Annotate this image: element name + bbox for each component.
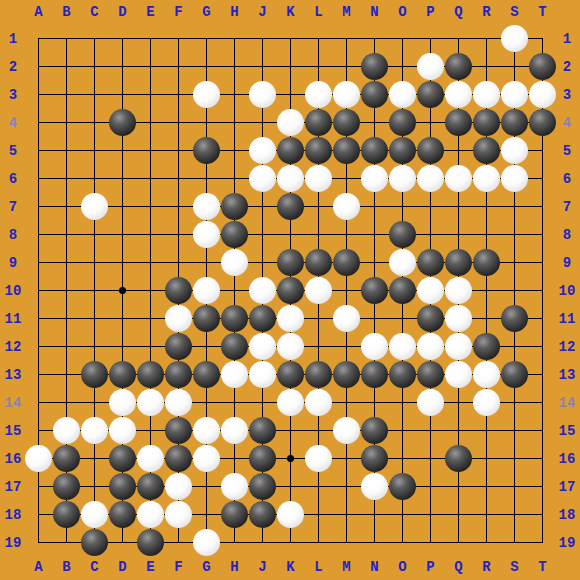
intersection-Q10[interactable]: [444, 276, 472, 304]
intersection-B5[interactable]: [52, 136, 80, 164]
intersection-S6[interactable]: [500, 164, 528, 192]
intersection-R7[interactable]: [472, 192, 500, 220]
intersection-S14[interactable]: [500, 388, 528, 416]
intersection-E19[interactable]: [136, 528, 164, 556]
intersection-H13[interactable]: [220, 360, 248, 388]
intersection-O7[interactable]: [388, 192, 416, 220]
intersection-B11[interactable]: [52, 304, 80, 332]
intersection-R3[interactable]: [472, 80, 500, 108]
intersection-J2[interactable]: [248, 52, 276, 80]
intersection-F1[interactable]: [164, 24, 192, 52]
intersection-T1[interactable]: [528, 24, 556, 52]
intersection-S19[interactable]: [500, 528, 528, 556]
intersection-G3[interactable]: [192, 80, 220, 108]
intersection-B10[interactable]: [52, 276, 80, 304]
intersection-G10[interactable]: [192, 276, 220, 304]
intersection-Q16[interactable]: [444, 444, 472, 472]
intersection-K2[interactable]: [276, 52, 304, 80]
intersection-E12[interactable]: [136, 332, 164, 360]
intersection-M11[interactable]: [332, 304, 360, 332]
intersection-K6[interactable]: [276, 164, 304, 192]
intersection-F4[interactable]: [164, 108, 192, 136]
intersection-O2[interactable]: [388, 52, 416, 80]
intersection-N10[interactable]: [360, 276, 388, 304]
intersection-D5[interactable]: [108, 136, 136, 164]
intersection-E17[interactable]: [136, 472, 164, 500]
intersection-P11[interactable]: [416, 304, 444, 332]
intersection-F6[interactable]: [164, 164, 192, 192]
intersection-F15[interactable]: [164, 416, 192, 444]
intersection-M6[interactable]: [332, 164, 360, 192]
intersection-J3[interactable]: [248, 80, 276, 108]
intersection-D15[interactable]: [108, 416, 136, 444]
intersection-C8[interactable]: [80, 220, 108, 248]
intersection-E18[interactable]: [136, 500, 164, 528]
intersection-T7[interactable]: [528, 192, 556, 220]
intersection-N1[interactable]: [360, 24, 388, 52]
intersection-L17[interactable]: [304, 472, 332, 500]
intersection-K17[interactable]: [276, 472, 304, 500]
intersection-N18[interactable]: [360, 500, 388, 528]
intersection-D17[interactable]: [108, 472, 136, 500]
intersection-P3[interactable]: [416, 80, 444, 108]
intersection-O10[interactable]: [388, 276, 416, 304]
intersection-A5[interactable]: [24, 136, 52, 164]
intersection-K3[interactable]: [276, 80, 304, 108]
intersection-E2[interactable]: [136, 52, 164, 80]
intersection-B16[interactable]: [52, 444, 80, 472]
intersection-S12[interactable]: [500, 332, 528, 360]
intersection-M4[interactable]: [332, 108, 360, 136]
intersection-F12[interactable]: [164, 332, 192, 360]
intersection-R1[interactable]: [472, 24, 500, 52]
intersection-F5[interactable]: [164, 136, 192, 164]
intersection-Q19[interactable]: [444, 528, 472, 556]
intersection-K9[interactable]: [276, 248, 304, 276]
intersection-M3[interactable]: [332, 80, 360, 108]
intersection-E14[interactable]: [136, 388, 164, 416]
intersection-O1[interactable]: [388, 24, 416, 52]
intersection-O16[interactable]: [388, 444, 416, 472]
intersection-N13[interactable]: [360, 360, 388, 388]
intersection-L19[interactable]: [304, 528, 332, 556]
intersection-M14[interactable]: [332, 388, 360, 416]
intersection-O5[interactable]: [388, 136, 416, 164]
intersection-T6[interactable]: [528, 164, 556, 192]
intersection-F14[interactable]: [164, 388, 192, 416]
intersection-T8[interactable]: [528, 220, 556, 248]
intersection-H7[interactable]: [220, 192, 248, 220]
intersection-R15[interactable]: [472, 416, 500, 444]
intersection-G14[interactable]: [192, 388, 220, 416]
intersection-M18[interactable]: [332, 500, 360, 528]
intersection-L6[interactable]: [304, 164, 332, 192]
intersection-B2[interactable]: [52, 52, 80, 80]
intersection-J6[interactable]: [248, 164, 276, 192]
intersection-C5[interactable]: [80, 136, 108, 164]
intersection-J19[interactable]: [248, 528, 276, 556]
intersection-H4[interactable]: [220, 108, 248, 136]
intersection-G15[interactable]: [192, 416, 220, 444]
intersection-A9[interactable]: [24, 248, 52, 276]
intersection-D8[interactable]: [108, 220, 136, 248]
intersection-C6[interactable]: [80, 164, 108, 192]
intersection-G17[interactable]: [192, 472, 220, 500]
intersection-D7[interactable]: [108, 192, 136, 220]
intersection-Q17[interactable]: [444, 472, 472, 500]
intersection-D16[interactable]: [108, 444, 136, 472]
intersection-E5[interactable]: [136, 136, 164, 164]
intersection-K7[interactable]: [276, 192, 304, 220]
intersection-A14[interactable]: [24, 388, 52, 416]
intersection-K12[interactable]: [276, 332, 304, 360]
intersection-E10[interactable]: [136, 276, 164, 304]
intersection-R16[interactable]: [472, 444, 500, 472]
intersection-N14[interactable]: [360, 388, 388, 416]
intersection-K4[interactable]: [276, 108, 304, 136]
intersection-H5[interactable]: [220, 136, 248, 164]
intersection-E4[interactable]: [136, 108, 164, 136]
intersection-R17[interactable]: [472, 472, 500, 500]
intersection-G18[interactable]: [192, 500, 220, 528]
intersection-C18[interactable]: [80, 500, 108, 528]
intersection-C1[interactable]: [80, 24, 108, 52]
intersection-T19[interactable]: [528, 528, 556, 556]
intersection-N9[interactable]: [360, 248, 388, 276]
intersection-F8[interactable]: [164, 220, 192, 248]
intersection-N16[interactable]: [360, 444, 388, 472]
intersection-T10[interactable]: [528, 276, 556, 304]
intersection-B14[interactable]: [52, 388, 80, 416]
intersection-D19[interactable]: [108, 528, 136, 556]
intersection-O13[interactable]: [388, 360, 416, 388]
intersection-H2[interactable]: [220, 52, 248, 80]
intersection-C19[interactable]: [80, 528, 108, 556]
intersection-T13[interactable]: [528, 360, 556, 388]
intersection-P6[interactable]: [416, 164, 444, 192]
intersection-O18[interactable]: [388, 500, 416, 528]
intersection-R12[interactable]: [472, 332, 500, 360]
intersection-C13[interactable]: [80, 360, 108, 388]
intersection-O19[interactable]: [388, 528, 416, 556]
intersection-G6[interactable]: [192, 164, 220, 192]
intersection-G2[interactable]: [192, 52, 220, 80]
intersection-B8[interactable]: [52, 220, 80, 248]
intersection-A4[interactable]: [24, 108, 52, 136]
intersection-A13[interactable]: [24, 360, 52, 388]
intersection-N3[interactable]: [360, 80, 388, 108]
intersection-S8[interactable]: [500, 220, 528, 248]
intersection-T9[interactable]: [528, 248, 556, 276]
intersection-Q5[interactable]: [444, 136, 472, 164]
intersection-D3[interactable]: [108, 80, 136, 108]
intersection-H19[interactable]: [220, 528, 248, 556]
intersection-E16[interactable]: [136, 444, 164, 472]
intersection-K13[interactable]: [276, 360, 304, 388]
intersection-M16[interactable]: [332, 444, 360, 472]
intersection-F13[interactable]: [164, 360, 192, 388]
intersection-S16[interactable]: [500, 444, 528, 472]
intersection-L16[interactable]: [304, 444, 332, 472]
intersection-H1[interactable]: [220, 24, 248, 52]
intersection-R8[interactable]: [472, 220, 500, 248]
intersection-C3[interactable]: [80, 80, 108, 108]
intersection-D10[interactable]: [108, 276, 136, 304]
intersection-J18[interactable]: [248, 500, 276, 528]
intersection-S13[interactable]: [500, 360, 528, 388]
intersection-G8[interactable]: [192, 220, 220, 248]
intersection-P14[interactable]: [416, 388, 444, 416]
intersection-T12[interactable]: [528, 332, 556, 360]
intersection-P18[interactable]: [416, 500, 444, 528]
intersection-D14[interactable]: [108, 388, 136, 416]
intersection-P5[interactable]: [416, 136, 444, 164]
intersection-D4[interactable]: [108, 108, 136, 136]
intersection-H9[interactable]: [220, 248, 248, 276]
intersection-G1[interactable]: [192, 24, 220, 52]
intersection-P1[interactable]: [416, 24, 444, 52]
intersection-T15[interactable]: [528, 416, 556, 444]
intersection-Q7[interactable]: [444, 192, 472, 220]
intersection-B19[interactable]: [52, 528, 80, 556]
intersection-B3[interactable]: [52, 80, 80, 108]
intersection-A10[interactable]: [24, 276, 52, 304]
intersection-M10[interactable]: [332, 276, 360, 304]
intersection-G4[interactable]: [192, 108, 220, 136]
intersection-C11[interactable]: [80, 304, 108, 332]
intersection-N17[interactable]: [360, 472, 388, 500]
intersection-E3[interactable]: [136, 80, 164, 108]
intersection-C9[interactable]: [80, 248, 108, 276]
intersection-O9[interactable]: [388, 248, 416, 276]
intersection-L15[interactable]: [304, 416, 332, 444]
intersection-M12[interactable]: [332, 332, 360, 360]
intersection-O14[interactable]: [388, 388, 416, 416]
intersection-B12[interactable]: [52, 332, 80, 360]
intersection-N15[interactable]: [360, 416, 388, 444]
intersection-A15[interactable]: [24, 416, 52, 444]
intersection-G9[interactable]: [192, 248, 220, 276]
intersection-K5[interactable]: [276, 136, 304, 164]
intersection-J15[interactable]: [248, 416, 276, 444]
intersection-G11[interactable]: [192, 304, 220, 332]
intersection-A12[interactable]: [24, 332, 52, 360]
intersection-L1[interactable]: [304, 24, 332, 52]
intersection-D11[interactable]: [108, 304, 136, 332]
intersection-N7[interactable]: [360, 192, 388, 220]
intersection-H12[interactable]: [220, 332, 248, 360]
intersection-M2[interactable]: [332, 52, 360, 80]
intersection-J7[interactable]: [248, 192, 276, 220]
intersection-S1[interactable]: [500, 24, 528, 52]
intersection-M19[interactable]: [332, 528, 360, 556]
intersection-D13[interactable]: [108, 360, 136, 388]
intersection-E15[interactable]: [136, 416, 164, 444]
intersection-S10[interactable]: [500, 276, 528, 304]
intersection-L9[interactable]: [304, 248, 332, 276]
intersection-T11[interactable]: [528, 304, 556, 332]
intersection-K15[interactable]: [276, 416, 304, 444]
intersection-A1[interactable]: [24, 24, 52, 52]
intersection-R10[interactable]: [472, 276, 500, 304]
intersection-J4[interactable]: [248, 108, 276, 136]
intersection-K16[interactable]: [276, 444, 304, 472]
intersection-M15[interactable]: [332, 416, 360, 444]
intersection-E8[interactable]: [136, 220, 164, 248]
intersection-C4[interactable]: [80, 108, 108, 136]
intersection-B15[interactable]: [52, 416, 80, 444]
intersection-J9[interactable]: [248, 248, 276, 276]
intersection-C14[interactable]: [80, 388, 108, 416]
intersection-C16[interactable]: [80, 444, 108, 472]
intersection-B13[interactable]: [52, 360, 80, 388]
intersection-G5[interactable]: [192, 136, 220, 164]
intersection-D2[interactable]: [108, 52, 136, 80]
intersection-G19[interactable]: [192, 528, 220, 556]
intersection-H14[interactable]: [220, 388, 248, 416]
intersection-J17[interactable]: [248, 472, 276, 500]
intersection-F18[interactable]: [164, 500, 192, 528]
intersection-P8[interactable]: [416, 220, 444, 248]
intersection-C2[interactable]: [80, 52, 108, 80]
intersection-L5[interactable]: [304, 136, 332, 164]
intersection-M1[interactable]: [332, 24, 360, 52]
intersection-S17[interactable]: [500, 472, 528, 500]
intersection-T17[interactable]: [528, 472, 556, 500]
intersection-S15[interactable]: [500, 416, 528, 444]
intersection-L18[interactable]: [304, 500, 332, 528]
intersection-T5[interactable]: [528, 136, 556, 164]
intersection-H15[interactable]: [220, 416, 248, 444]
intersection-L11[interactable]: [304, 304, 332, 332]
intersection-O11[interactable]: [388, 304, 416, 332]
intersection-P9[interactable]: [416, 248, 444, 276]
intersection-A19[interactable]: [24, 528, 52, 556]
intersection-A8[interactable]: [24, 220, 52, 248]
intersection-Q15[interactable]: [444, 416, 472, 444]
intersection-Q6[interactable]: [444, 164, 472, 192]
intersection-E7[interactable]: [136, 192, 164, 220]
intersection-K10[interactable]: [276, 276, 304, 304]
intersection-P19[interactable]: [416, 528, 444, 556]
intersection-O8[interactable]: [388, 220, 416, 248]
intersection-P7[interactable]: [416, 192, 444, 220]
intersection-B1[interactable]: [52, 24, 80, 52]
intersection-N8[interactable]: [360, 220, 388, 248]
intersection-L8[interactable]: [304, 220, 332, 248]
intersection-J5[interactable]: [248, 136, 276, 164]
intersection-H18[interactable]: [220, 500, 248, 528]
intersection-Q8[interactable]: [444, 220, 472, 248]
intersection-D6[interactable]: [108, 164, 136, 192]
intersection-P10[interactable]: [416, 276, 444, 304]
intersection-C12[interactable]: [80, 332, 108, 360]
intersection-J8[interactable]: [248, 220, 276, 248]
intersection-L14[interactable]: [304, 388, 332, 416]
intersection-F16[interactable]: [164, 444, 192, 472]
intersection-O15[interactable]: [388, 416, 416, 444]
intersection-S7[interactable]: [500, 192, 528, 220]
intersection-T14[interactable]: [528, 388, 556, 416]
intersection-O3[interactable]: [388, 80, 416, 108]
intersection-H11[interactable]: [220, 304, 248, 332]
intersection-N2[interactable]: [360, 52, 388, 80]
intersection-R2[interactable]: [472, 52, 500, 80]
intersection-G7[interactable]: [192, 192, 220, 220]
intersection-A2[interactable]: [24, 52, 52, 80]
intersection-J13[interactable]: [248, 360, 276, 388]
intersection-T16[interactable]: [528, 444, 556, 472]
intersection-R18[interactable]: [472, 500, 500, 528]
intersection-D12[interactable]: [108, 332, 136, 360]
intersection-K14[interactable]: [276, 388, 304, 416]
intersection-J16[interactable]: [248, 444, 276, 472]
intersection-R13[interactable]: [472, 360, 500, 388]
intersection-O12[interactable]: [388, 332, 416, 360]
intersection-R9[interactable]: [472, 248, 500, 276]
intersection-B18[interactable]: [52, 500, 80, 528]
intersection-Q3[interactable]: [444, 80, 472, 108]
intersection-B6[interactable]: [52, 164, 80, 192]
intersection-R5[interactable]: [472, 136, 500, 164]
intersection-Q2[interactable]: [444, 52, 472, 80]
intersection-H8[interactable]: [220, 220, 248, 248]
intersection-N4[interactable]: [360, 108, 388, 136]
intersection-D18[interactable]: [108, 500, 136, 528]
intersection-J1[interactable]: [248, 24, 276, 52]
intersection-J14[interactable]: [248, 388, 276, 416]
intersection-P2[interactable]: [416, 52, 444, 80]
intersection-O4[interactable]: [388, 108, 416, 136]
intersection-C10[interactable]: [80, 276, 108, 304]
intersection-F2[interactable]: [164, 52, 192, 80]
intersection-A7[interactable]: [24, 192, 52, 220]
intersection-C7[interactable]: [80, 192, 108, 220]
intersection-Q11[interactable]: [444, 304, 472, 332]
intersection-M17[interactable]: [332, 472, 360, 500]
intersection-N11[interactable]: [360, 304, 388, 332]
intersection-F11[interactable]: [164, 304, 192, 332]
intersection-M8[interactable]: [332, 220, 360, 248]
intersection-E1[interactable]: [136, 24, 164, 52]
intersection-O6[interactable]: [388, 164, 416, 192]
intersection-S2[interactable]: [500, 52, 528, 80]
intersection-L2[interactable]: [304, 52, 332, 80]
intersection-E11[interactable]: [136, 304, 164, 332]
intersection-B4[interactable]: [52, 108, 80, 136]
intersection-H16[interactable]: [220, 444, 248, 472]
intersection-Q1[interactable]: [444, 24, 472, 52]
intersection-F19[interactable]: [164, 528, 192, 556]
intersection-S3[interactable]: [500, 80, 528, 108]
intersection-P4[interactable]: [416, 108, 444, 136]
intersection-S9[interactable]: [500, 248, 528, 276]
intersection-S5[interactable]: [500, 136, 528, 164]
intersection-A6[interactable]: [24, 164, 52, 192]
intersection-L3[interactable]: [304, 80, 332, 108]
intersection-F3[interactable]: [164, 80, 192, 108]
intersection-H3[interactable]: [220, 80, 248, 108]
intersection-N6[interactable]: [360, 164, 388, 192]
intersection-K1[interactable]: [276, 24, 304, 52]
intersection-R11[interactable]: [472, 304, 500, 332]
intersection-M9[interactable]: [332, 248, 360, 276]
intersection-Q4[interactable]: [444, 108, 472, 136]
intersection-K18[interactable]: [276, 500, 304, 528]
intersection-P13[interactable]: [416, 360, 444, 388]
intersection-D1[interactable]: [108, 24, 136, 52]
intersection-A3[interactable]: [24, 80, 52, 108]
